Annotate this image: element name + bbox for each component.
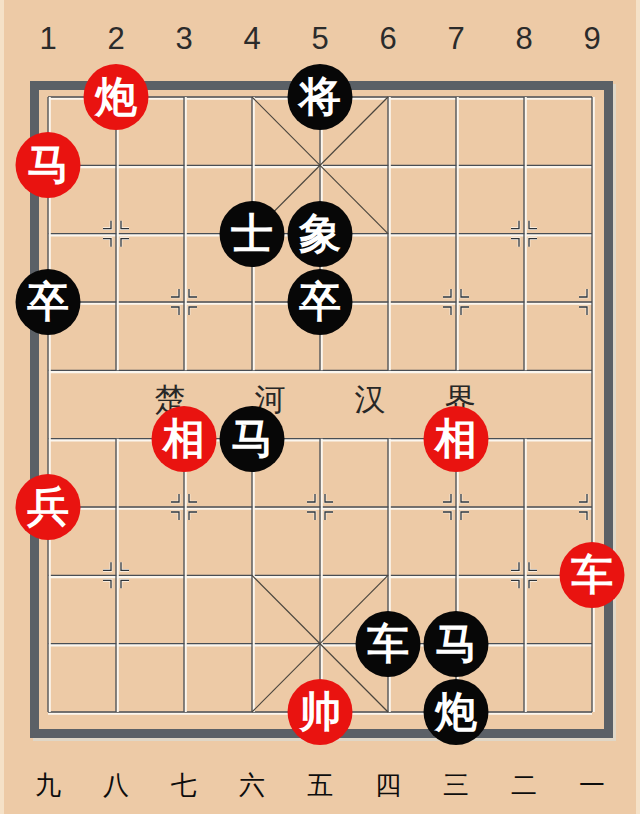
file-label-top-1: 1 xyxy=(39,21,56,57)
file-label-top-2: 2 xyxy=(107,21,124,57)
piece-black-horse[interactable]: 马 xyxy=(424,611,489,677)
file-label-top-3: 3 xyxy=(175,21,192,57)
file-label-bottom-8: 二 xyxy=(511,768,537,803)
file-label-bottom-6: 四 xyxy=(375,768,401,803)
file-label-top-5: 5 xyxy=(311,21,328,57)
file-label-top-7: 7 xyxy=(447,21,464,57)
piece-black-advisor[interactable]: 士 xyxy=(220,201,285,267)
file-label-bottom-1: 九 xyxy=(35,768,61,803)
piece-black-general[interactable]: 将 xyxy=(288,64,353,130)
piece-black-chariot[interactable]: 车 xyxy=(356,611,421,677)
piece-red-general[interactable]: 帅 xyxy=(288,679,353,745)
file-label-top-6: 6 xyxy=(379,21,396,57)
piece-red-chariot[interactable]: 车 xyxy=(560,542,625,608)
file-label-bottom-9: 一 xyxy=(579,768,605,803)
piece-red-horse[interactable]: 马 xyxy=(16,132,81,198)
piece-black-horse[interactable]: 马 xyxy=(220,406,285,472)
piece-black-soldier[interactable]: 卒 xyxy=(16,269,81,335)
file-label-bottom-3: 七 xyxy=(171,768,197,803)
piece-black-soldier[interactable]: 卒 xyxy=(288,269,353,335)
file-label-bottom-2: 八 xyxy=(103,768,129,803)
piece-black-cannon[interactable]: 炮 xyxy=(424,679,489,745)
file-label-bottom-7: 三 xyxy=(443,768,469,803)
file-label-bottom-4: 六 xyxy=(239,768,265,803)
piece-red-elephant[interactable]: 相 xyxy=(424,406,489,472)
piece-black-elephant[interactable]: 象 xyxy=(288,201,353,267)
xiangqi-screenshot: 123456789 九八七六五四三二一 楚河汉界 炮将马士象卒卒相马相兵车车马帅… xyxy=(0,0,640,814)
file-label-top-9: 9 xyxy=(583,21,600,57)
piece-red-soldier[interactable]: 兵 xyxy=(16,474,81,540)
file-label-top-8: 8 xyxy=(515,21,532,57)
river-text-char-3: 汉 xyxy=(355,379,386,421)
piece-red-cannon[interactable]: 炮 xyxy=(84,64,149,130)
file-label-top-4: 4 xyxy=(243,21,260,57)
file-label-bottom-5: 五 xyxy=(307,768,333,803)
piece-red-elephant[interactable]: 相 xyxy=(152,406,217,472)
